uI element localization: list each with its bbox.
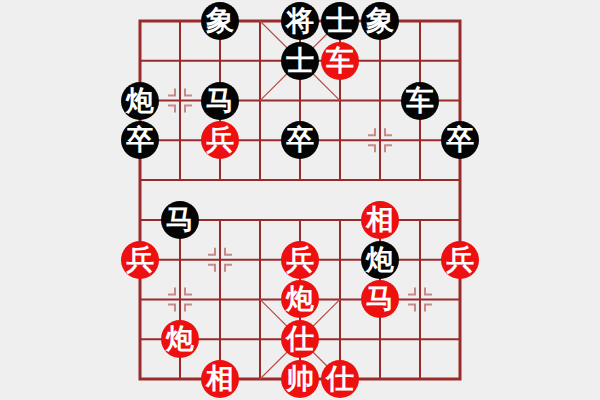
piece-black-cannon-g6[interactable]: 炮 — [361, 241, 399, 279]
piece-black-elephant-c0[interactable]: 象 — [201, 2, 239, 40]
piece-red-king-e9[interactable]: 帅 — [281, 360, 319, 398]
piece-red-pawn-c3[interactable]: 兵 — [201, 121, 239, 159]
piece-black-pawn-i3[interactable]: 卒 — [441, 121, 479, 159]
xiangqi-board: 象将士象士车炮马车卒兵卒卒马相兵兵炮兵炮马炮仕相帅仕 — [0, 0, 600, 400]
piece-red-horse-g7[interactable]: 马 — [361, 280, 399, 318]
piece-layer: 象将士象士车炮马车卒兵卒卒马相兵兵炮兵炮马炮仕相帅仕 — [120, 1, 480, 399]
piece-red-pawn-a6[interactable]: 兵 — [121, 241, 159, 279]
piece-black-cannon-a2[interactable]: 炮 — [121, 82, 159, 120]
piece-red-pawn-e6[interactable]: 兵 — [281, 241, 319, 279]
piece-red-elephant-c9[interactable]: 相 — [201, 360, 239, 398]
piece-black-elephant-g0[interactable]: 象 — [361, 2, 399, 40]
piece-black-king-e0[interactable]: 将 — [281, 2, 319, 40]
piece-red-cannon-e7[interactable]: 炮 — [281, 280, 319, 318]
piece-red-chariot-f1[interactable]: 车 — [321, 42, 359, 80]
piece-black-horse-c2[interactable]: 马 — [201, 82, 239, 120]
piece-black-advisor-e1[interactable]: 士 — [281, 42, 319, 80]
piece-red-pawn-i6[interactable]: 兵 — [441, 241, 479, 279]
piece-red-advisor-f9[interactable]: 仕 — [321, 360, 359, 398]
piece-red-cannon-b8[interactable]: 炮 — [161, 320, 199, 358]
piece-red-advisor-e8[interactable]: 仕 — [281, 320, 319, 358]
piece-black-pawn-e3[interactable]: 卒 — [281, 121, 319, 159]
piece-black-advisor-f0[interactable]: 士 — [321, 2, 359, 40]
piece-black-chariot-h2[interactable]: 车 — [401, 82, 439, 120]
piece-black-horse-b5[interactable]: 马 — [161, 201, 199, 239]
piece-black-pawn-a3[interactable]: 卒 — [121, 121, 159, 159]
piece-red-elephant-g5[interactable]: 相 — [361, 201, 399, 239]
